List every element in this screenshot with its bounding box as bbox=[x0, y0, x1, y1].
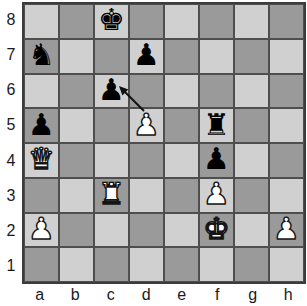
chess-board[interactable]: ♚♞♟♟♟♟♜♛♟♜♟♟♚♟ bbox=[22, 2, 306, 284]
black-rook-f5: ♜ bbox=[203, 110, 230, 140]
white-pawn-h2: ♟ bbox=[273, 214, 300, 244]
rank-label-6: 6 bbox=[0, 73, 22, 108]
rank-label-1: 1 bbox=[0, 249, 22, 284]
square-b2[interactable] bbox=[59, 213, 94, 248]
square-a2[interactable]: ♟ bbox=[24, 213, 59, 248]
square-a8[interactable] bbox=[24, 4, 59, 39]
file-label-d: d bbox=[129, 285, 165, 305]
square-c5[interactable] bbox=[94, 108, 129, 143]
square-e1[interactable] bbox=[164, 247, 199, 282]
square-d3[interactable] bbox=[129, 178, 164, 213]
square-e8[interactable] bbox=[164, 4, 199, 39]
square-d7[interactable]: ♟ bbox=[129, 39, 164, 74]
square-h5[interactable] bbox=[269, 108, 304, 143]
square-h7[interactable] bbox=[269, 39, 304, 74]
square-d2[interactable] bbox=[129, 213, 164, 248]
square-g3[interactable] bbox=[234, 178, 269, 213]
square-e2[interactable] bbox=[164, 213, 199, 248]
square-g7[interactable] bbox=[234, 39, 269, 74]
square-a1[interactable] bbox=[24, 247, 59, 282]
file-labels: abcdefgh bbox=[22, 285, 306, 305]
rank-label-4: 4 bbox=[0, 143, 22, 178]
square-g2[interactable] bbox=[234, 213, 269, 248]
black-pawn-c6: ♟ bbox=[98, 75, 125, 105]
square-a7[interactable]: ♞ bbox=[24, 39, 59, 74]
square-b7[interactable] bbox=[59, 39, 94, 74]
black-pawn-a5: ♟ bbox=[28, 110, 55, 140]
square-h6[interactable] bbox=[269, 74, 304, 109]
white-queen-a4: ♛ bbox=[28, 144, 55, 174]
black-pawn-f4: ♟ bbox=[203, 144, 230, 174]
square-d5[interactable]: ♟ bbox=[129, 108, 164, 143]
black-king-c8: ♚ bbox=[98, 5, 125, 35]
square-e6[interactable] bbox=[164, 74, 199, 109]
rank-label-2: 2 bbox=[0, 214, 22, 249]
white-pawn-d5: ♟ bbox=[133, 110, 160, 140]
square-b1[interactable] bbox=[59, 247, 94, 282]
square-g4[interactable] bbox=[234, 143, 269, 178]
square-c2[interactable] bbox=[94, 213, 129, 248]
square-b5[interactable] bbox=[59, 108, 94, 143]
square-a6[interactable] bbox=[24, 74, 59, 109]
white-pawn-a2: ♟ bbox=[28, 214, 55, 244]
square-b8[interactable] bbox=[59, 4, 94, 39]
rank-label-7: 7 bbox=[0, 37, 22, 72]
square-f4[interactable]: ♟ bbox=[199, 143, 234, 178]
rank-label-3: 3 bbox=[0, 178, 22, 213]
square-h1[interactable] bbox=[269, 247, 304, 282]
square-g5[interactable] bbox=[234, 108, 269, 143]
black-knight-a7: ♞ bbox=[28, 40, 55, 70]
white-king-f2: ♚ bbox=[203, 214, 230, 244]
square-c3[interactable]: ♜ bbox=[94, 178, 129, 213]
square-d6[interactable] bbox=[129, 74, 164, 109]
square-h2[interactable]: ♟ bbox=[269, 213, 304, 248]
square-h3[interactable] bbox=[269, 178, 304, 213]
square-e5[interactable] bbox=[164, 108, 199, 143]
square-c8[interactable]: ♚ bbox=[94, 4, 129, 39]
square-f8[interactable] bbox=[199, 4, 234, 39]
square-e3[interactable] bbox=[164, 178, 199, 213]
square-e4[interactable] bbox=[164, 143, 199, 178]
square-g6[interactable] bbox=[234, 74, 269, 109]
square-f1[interactable] bbox=[199, 247, 234, 282]
square-b4[interactable] bbox=[59, 143, 94, 178]
square-c7[interactable] bbox=[94, 39, 129, 74]
square-b6[interactable] bbox=[59, 74, 94, 109]
square-f3[interactable]: ♟ bbox=[199, 178, 234, 213]
white-pawn-f3: ♟ bbox=[203, 179, 230, 209]
square-f2[interactable]: ♚ bbox=[199, 213, 234, 248]
square-c4[interactable] bbox=[94, 143, 129, 178]
square-h4[interactable] bbox=[269, 143, 304, 178]
file-label-b: b bbox=[58, 285, 94, 305]
square-g8[interactable] bbox=[234, 4, 269, 39]
file-label-e: e bbox=[164, 285, 200, 305]
black-pawn-d7: ♟ bbox=[133, 40, 160, 70]
square-d4[interactable] bbox=[129, 143, 164, 178]
rank-label-5: 5 bbox=[0, 108, 22, 143]
square-a3[interactable] bbox=[24, 178, 59, 213]
white-rook-c3: ♜ bbox=[98, 179, 125, 209]
square-f7[interactable] bbox=[199, 39, 234, 74]
square-c1[interactable] bbox=[94, 247, 129, 282]
file-label-f: f bbox=[200, 285, 236, 305]
file-label-g: g bbox=[235, 285, 271, 305]
square-g1[interactable] bbox=[234, 247, 269, 282]
square-h8[interactable] bbox=[269, 4, 304, 39]
square-c6[interactable]: ♟ bbox=[94, 74, 129, 109]
square-f5[interactable]: ♜ bbox=[199, 108, 234, 143]
rank-label-8: 8 bbox=[0, 2, 22, 37]
square-a5[interactable]: ♟ bbox=[24, 108, 59, 143]
rank-labels: 87654321 bbox=[0, 2, 22, 284]
file-label-a: a bbox=[22, 285, 58, 305]
square-d1[interactable] bbox=[129, 247, 164, 282]
square-b3[interactable] bbox=[59, 178, 94, 213]
file-label-c: c bbox=[93, 285, 129, 305]
square-d8[interactable] bbox=[129, 4, 164, 39]
square-a4[interactable]: ♛ bbox=[24, 143, 59, 178]
square-f6[interactable] bbox=[199, 74, 234, 109]
square-e7[interactable] bbox=[164, 39, 199, 74]
file-label-h: h bbox=[271, 285, 307, 305]
